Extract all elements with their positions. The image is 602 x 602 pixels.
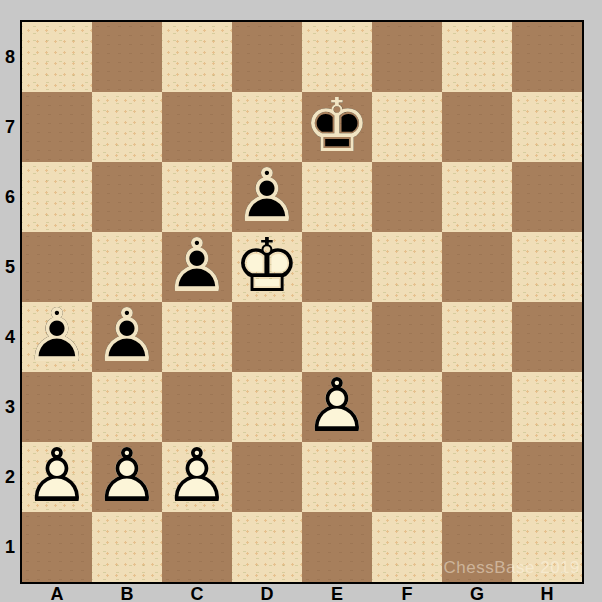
- square-c2[interactable]: ♟♙: [162, 442, 232, 512]
- square-e5[interactable]: [302, 232, 372, 302]
- square-d8[interactable]: [232, 22, 302, 92]
- black-pawn[interactable]: ♟♙: [162, 232, 232, 302]
- square-h7[interactable]: [512, 92, 582, 162]
- square-b1[interactable]: [92, 512, 162, 582]
- square-g8[interactable]: [442, 22, 512, 92]
- square-a8[interactable]: [22, 22, 92, 92]
- square-d2[interactable]: [232, 442, 302, 512]
- square-e7[interactable]: ♚♔: [302, 92, 372, 162]
- white-pawn-outline-glyph: ♙: [24, 440, 90, 510]
- square-f2[interactable]: [372, 442, 442, 512]
- square-f1[interactable]: [372, 512, 442, 582]
- file-label-a: A: [22, 584, 92, 602]
- square-a6[interactable]: [22, 162, 92, 232]
- square-c4[interactable]: [162, 302, 232, 372]
- square-a1[interactable]: [22, 512, 92, 582]
- rank-label-2: 2: [0, 442, 20, 512]
- square-f6[interactable]: [372, 162, 442, 232]
- file-label-f: F: [372, 584, 442, 602]
- black-king[interactable]: ♚♔: [302, 92, 372, 162]
- white-pawn-outline-glyph: ♙: [304, 370, 370, 440]
- square-f7[interactable]: [372, 92, 442, 162]
- square-c8[interactable]: [162, 22, 232, 92]
- square-g1[interactable]: [442, 512, 512, 582]
- square-f4[interactable]: [372, 302, 442, 372]
- black-pawn[interactable]: ♟♙: [22, 302, 92, 372]
- square-h2[interactable]: [512, 442, 582, 512]
- square-g7[interactable]: [442, 92, 512, 162]
- white-pawn[interactable]: ♟♙: [162, 442, 232, 512]
- board-frame: ♚♔♟♙♟♙♚♔♟♙♟♙♟♙♟♙♟♙♟♙: [20, 20, 584, 584]
- square-b7[interactable]: [92, 92, 162, 162]
- square-b8[interactable]: [92, 22, 162, 92]
- square-a7[interactable]: [22, 92, 92, 162]
- file-label-e: E: [302, 584, 372, 602]
- square-f8[interactable]: [372, 22, 442, 92]
- square-f5[interactable]: [372, 232, 442, 302]
- rank-labels: 87654321: [0, 22, 20, 582]
- square-h8[interactable]: [512, 22, 582, 92]
- square-b2[interactable]: ♟♙: [92, 442, 162, 512]
- square-g2[interactable]: [442, 442, 512, 512]
- square-e2[interactable]: [302, 442, 372, 512]
- rank-label-1: 1: [0, 512, 20, 582]
- square-h3[interactable]: [512, 372, 582, 442]
- rank-label-5: 5: [0, 232, 20, 302]
- black-pawn-outline-glyph: ♙: [164, 230, 230, 300]
- square-g6[interactable]: [442, 162, 512, 232]
- file-label-b: B: [92, 584, 162, 602]
- square-h5[interactable]: [512, 232, 582, 302]
- white-king[interactable]: ♚♔: [232, 232, 302, 302]
- rank-label-7: 7: [0, 92, 20, 162]
- rank-label-4: 4: [0, 302, 20, 372]
- board: ♚♔♟♙♟♙♚♔♟♙♟♙♟♙♟♙♟♙♟♙: [22, 22, 582, 582]
- rank-label-3: 3: [0, 372, 20, 442]
- black-king-outline-glyph: ♔: [304, 90, 370, 160]
- file-label-d: D: [232, 584, 302, 602]
- black-pawn-outline-glyph: ♙: [234, 160, 300, 230]
- white-pawn-outline-glyph: ♙: [164, 440, 230, 510]
- square-c7[interactable]: [162, 92, 232, 162]
- white-king-outline-glyph: ♔: [234, 230, 300, 300]
- file-label-h: H: [512, 584, 582, 602]
- square-c1[interactable]: [162, 512, 232, 582]
- square-f3[interactable]: [372, 372, 442, 442]
- rank-label-8: 8: [0, 22, 20, 92]
- file-label-c: C: [162, 584, 232, 602]
- black-pawn-outline-glyph: ♙: [24, 300, 90, 370]
- square-g3[interactable]: [442, 372, 512, 442]
- square-d3[interactable]: [232, 372, 302, 442]
- white-pawn[interactable]: ♟♙: [92, 442, 162, 512]
- file-labels: ABCDEFGH: [22, 584, 582, 602]
- square-a2[interactable]: ♟♙: [22, 442, 92, 512]
- square-a4[interactable]: ♟♙: [22, 302, 92, 372]
- square-e1[interactable]: [302, 512, 372, 582]
- file-label-g: G: [442, 584, 512, 602]
- white-pawn-outline-glyph: ♙: [94, 440, 160, 510]
- rank-label-6: 6: [0, 162, 20, 232]
- square-c5[interactable]: ♟♙: [162, 232, 232, 302]
- square-b4[interactable]: ♟♙: [92, 302, 162, 372]
- square-d4[interactable]: [232, 302, 302, 372]
- square-d1[interactable]: [232, 512, 302, 582]
- square-g4[interactable]: [442, 302, 512, 372]
- black-pawn[interactable]: ♟♙: [92, 302, 162, 372]
- square-g5[interactable]: [442, 232, 512, 302]
- square-h4[interactable]: [512, 302, 582, 372]
- black-pawn-outline-glyph: ♙: [94, 300, 160, 370]
- square-e3[interactable]: ♟♙: [302, 372, 372, 442]
- square-d5[interactable]: ♚♔: [232, 232, 302, 302]
- square-b6[interactable]: [92, 162, 162, 232]
- square-h6[interactable]: [512, 162, 582, 232]
- white-pawn[interactable]: ♟♙: [22, 442, 92, 512]
- square-h1[interactable]: [512, 512, 582, 582]
- square-e6[interactable]: [302, 162, 372, 232]
- white-pawn[interactable]: ♟♙: [302, 372, 372, 442]
